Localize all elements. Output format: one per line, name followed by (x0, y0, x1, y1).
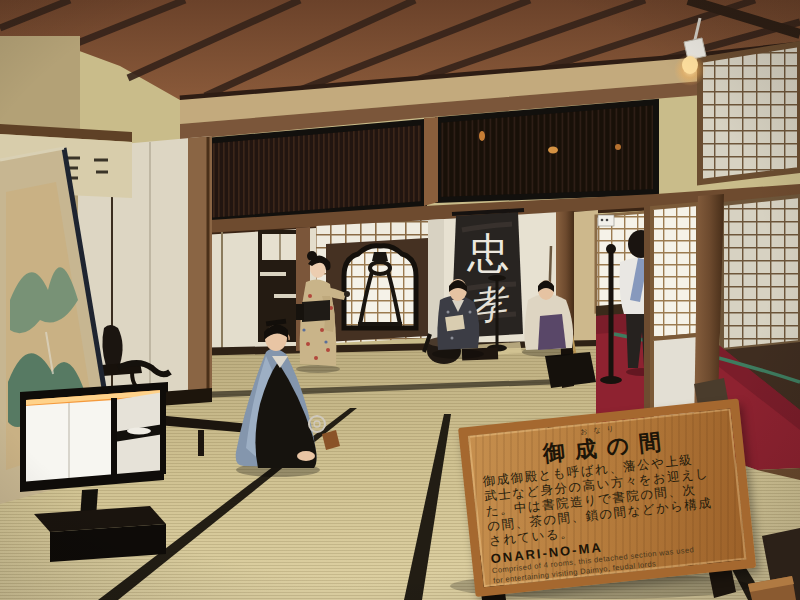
museum-room-photo: 忠 孝 (0, 0, 800, 600)
signboard: おなり 御成の間 御成御殿とも呼ばれ、藩公や上級 武士など身分の高い方々をお迎え… (458, 399, 756, 598)
